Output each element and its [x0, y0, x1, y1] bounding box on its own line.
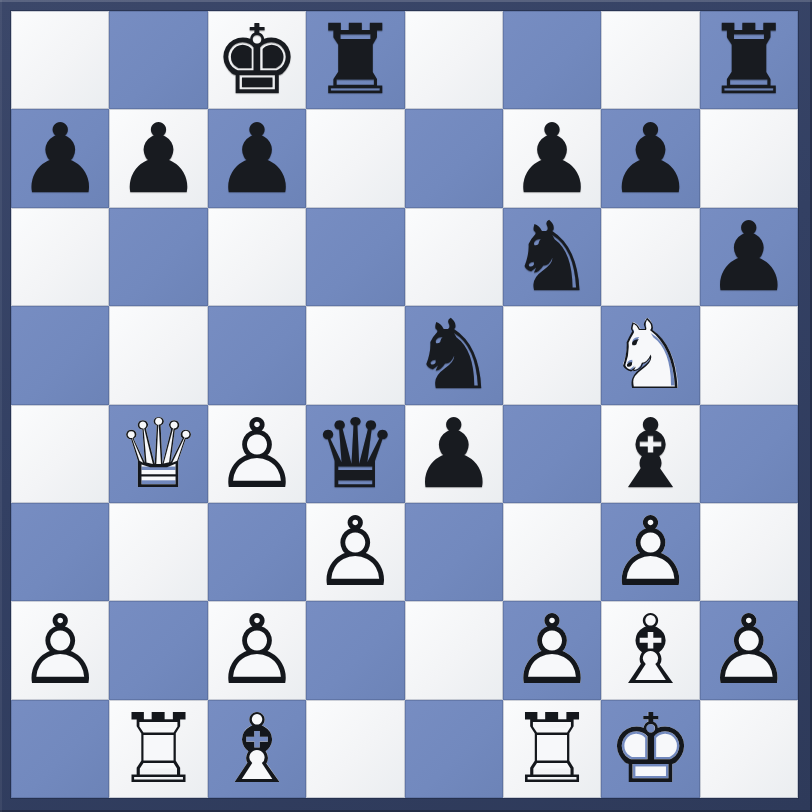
square-b7[interactable]: ♟: [109, 109, 207, 207]
black-queen-glyph: ♛: [306, 405, 404, 503]
piece-black-pawn-g7[interactable]: ♟: [601, 109, 699, 207]
black-rook-glyph: ♜: [306, 11, 404, 109]
piece-black-knight-f6[interactable]: ♞: [503, 208, 601, 306]
chess-board: ♚♜♜♟♟♟♟♟♞♟♞♞♘♛♕♟♙♛♟♝♟♙♟♙♟♙♟♙♟♙♝♗♟♙♜♖♝♗♜♖…: [11, 11, 798, 798]
piece-black-queen-d4[interactable]: ♛: [306, 405, 404, 503]
square-b5[interactable]: [109, 306, 207, 404]
square-f1[interactable]: ♜♖: [503, 700, 601, 798]
piece-white-pawn-c4[interactable]: ♟♙: [208, 405, 306, 503]
piece-white-rook-b1[interactable]: ♜♖: [109, 700, 207, 798]
square-a6[interactable]: [11, 208, 109, 306]
piece-white-pawn-g3[interactable]: ♟♙: [601, 503, 699, 601]
square-a5[interactable]: [11, 306, 109, 404]
white-pawn-outline-glyph: ♙: [208, 601, 306, 699]
white-bishop-outline-glyph: ♗: [208, 700, 306, 798]
piece-white-rook-f1[interactable]: ♜♖: [503, 700, 601, 798]
white-pawn-outline-glyph: ♙: [306, 503, 404, 601]
white-bishop-outline-glyph: ♗: [601, 601, 699, 699]
black-bishop-glyph: ♝: [601, 405, 699, 503]
square-g8[interactable]: [601, 11, 699, 109]
square-h5[interactable]: [700, 306, 798, 404]
square-h7[interactable]: [700, 109, 798, 207]
board-frame: ♚♜♜♟♟♟♟♟♞♟♞♞♘♛♕♟♙♛♟♝♟♙♟♙♟♙♟♙♟♙♝♗♟♙♜♖♝♗♜♖…: [0, 0, 812, 812]
square-d1[interactable]: [306, 700, 404, 798]
square-b1[interactable]: ♜♖: [109, 700, 207, 798]
square-b6[interactable]: [109, 208, 207, 306]
square-b2[interactable]: [109, 601, 207, 699]
square-b4[interactable]: ♛♕: [109, 405, 207, 503]
square-h2[interactable]: ♟♙: [700, 601, 798, 699]
black-knight-glyph: ♞: [405, 306, 503, 404]
square-c8[interactable]: ♚: [208, 11, 306, 109]
square-h1[interactable]: [700, 700, 798, 798]
square-d4[interactable]: ♛: [306, 405, 404, 503]
white-pawn-outline-glyph: ♙: [700, 601, 798, 699]
square-e3[interactable]: [405, 503, 503, 601]
square-f8[interactable]: [503, 11, 601, 109]
square-a8[interactable]: [11, 11, 109, 109]
square-c6[interactable]: [208, 208, 306, 306]
black-pawn-glyph: ♟: [405, 405, 503, 503]
square-d3[interactable]: ♟♙: [306, 503, 404, 601]
square-d2[interactable]: [306, 601, 404, 699]
piece-black-pawn-c7[interactable]: ♟: [208, 109, 306, 207]
piece-white-pawn-h2[interactable]: ♟♙: [700, 601, 798, 699]
piece-white-pawn-c2[interactable]: ♟♙: [208, 601, 306, 699]
piece-black-rook-h8[interactable]: ♜: [700, 11, 798, 109]
square-g2[interactable]: ♝♗: [601, 601, 699, 699]
square-e4[interactable]: ♟: [405, 405, 503, 503]
square-e5[interactable]: ♞: [405, 306, 503, 404]
square-b3[interactable]: [109, 503, 207, 601]
piece-white-pawn-d3[interactable]: ♟♙: [306, 503, 404, 601]
square-g7[interactable]: ♟: [601, 109, 699, 207]
piece-white-queen-b4[interactable]: ♛♕: [109, 405, 207, 503]
square-e2[interactable]: [405, 601, 503, 699]
piece-white-bishop-g2[interactable]: ♝♗: [601, 601, 699, 699]
square-c4[interactable]: ♟♙: [208, 405, 306, 503]
black-pawn-glyph: ♟: [208, 109, 306, 207]
piece-white-bishop-c1[interactable]: ♝♗: [208, 700, 306, 798]
square-b8[interactable]: [109, 11, 207, 109]
square-f5[interactable]: [503, 306, 601, 404]
black-pawn-glyph: ♟: [700, 208, 798, 306]
square-a7[interactable]: ♟: [11, 109, 109, 207]
square-h3[interactable]: [700, 503, 798, 601]
square-g6[interactable]: [601, 208, 699, 306]
square-f6[interactable]: ♞: [503, 208, 601, 306]
white-knight-outline-glyph: ♘: [601, 306, 699, 404]
square-e6[interactable]: [405, 208, 503, 306]
white-pawn-outline-glyph: ♙: [208, 405, 306, 503]
piece-black-pawn-h6[interactable]: ♟: [700, 208, 798, 306]
piece-black-knight-e5[interactable]: ♞: [405, 306, 503, 404]
white-king-outline-glyph: ♔: [601, 700, 699, 798]
square-d8[interactable]: ♜: [306, 11, 404, 109]
white-queen-outline-glyph: ♕: [109, 405, 207, 503]
square-a2[interactable]: ♟♙: [11, 601, 109, 699]
piece-white-pawn-f2[interactable]: ♟♙: [503, 601, 601, 699]
black-rook-glyph: ♜: [700, 11, 798, 109]
white-pawn-outline-glyph: ♙: [601, 503, 699, 601]
square-g1[interactable]: ♚♔: [601, 700, 699, 798]
black-pawn-glyph: ♟: [601, 109, 699, 207]
piece-black-bishop-g4[interactable]: ♝: [601, 405, 699, 503]
piece-white-pawn-a2[interactable]: ♟♙: [11, 601, 109, 699]
square-e7[interactable]: [405, 109, 503, 207]
square-c2[interactable]: ♟♙: [208, 601, 306, 699]
square-h4[interactable]: [700, 405, 798, 503]
black-pawn-glyph: ♟: [503, 109, 601, 207]
piece-black-rook-d8[interactable]: ♜: [306, 11, 404, 109]
square-f7[interactable]: ♟: [503, 109, 601, 207]
black-knight-glyph: ♞: [503, 208, 601, 306]
square-c3[interactable]: [208, 503, 306, 601]
square-c5[interactable]: [208, 306, 306, 404]
white-pawn-outline-glyph: ♙: [503, 601, 601, 699]
square-f2[interactable]: ♟♙: [503, 601, 601, 699]
square-e8[interactable]: [405, 11, 503, 109]
square-e1[interactable]: [405, 700, 503, 798]
black-king-glyph: ♚: [208, 11, 306, 109]
square-h6[interactable]: ♟: [700, 208, 798, 306]
piece-black-pawn-e4[interactable]: ♟: [405, 405, 503, 503]
square-d7[interactable]: [306, 109, 404, 207]
piece-black-pawn-b7[interactable]: ♟: [109, 109, 207, 207]
piece-black-pawn-f7[interactable]: ♟: [503, 109, 601, 207]
square-c7[interactable]: ♟: [208, 109, 306, 207]
square-a3[interactable]: [11, 503, 109, 601]
square-d5[interactable]: [306, 306, 404, 404]
piece-black-king-c8[interactable]: ♚: [208, 11, 306, 109]
black-pawn-glyph: ♟: [11, 109, 109, 207]
black-pawn-glyph: ♟: [109, 109, 207, 207]
square-g3[interactable]: ♟♙: [601, 503, 699, 601]
piece-white-king-g1[interactable]: ♚♔: [601, 700, 699, 798]
square-d6[interactable]: [306, 208, 404, 306]
square-c1[interactable]: ♝♗: [208, 700, 306, 798]
square-g5[interactable]: ♞♘: [601, 306, 699, 404]
square-f3[interactable]: [503, 503, 601, 601]
piece-white-knight-g5[interactable]: ♞♘: [601, 306, 699, 404]
piece-black-pawn-a7[interactable]: ♟: [11, 109, 109, 207]
white-rook-outline-glyph: ♖: [503, 700, 601, 798]
square-g4[interactable]: ♝: [601, 405, 699, 503]
square-h8[interactable]: ♜: [700, 11, 798, 109]
white-rook-outline-glyph: ♖: [109, 700, 207, 798]
square-f4[interactable]: [503, 405, 601, 503]
square-a1[interactable]: [11, 700, 109, 798]
white-pawn-outline-glyph: ♙: [11, 601, 109, 699]
square-a4[interactable]: [11, 405, 109, 503]
